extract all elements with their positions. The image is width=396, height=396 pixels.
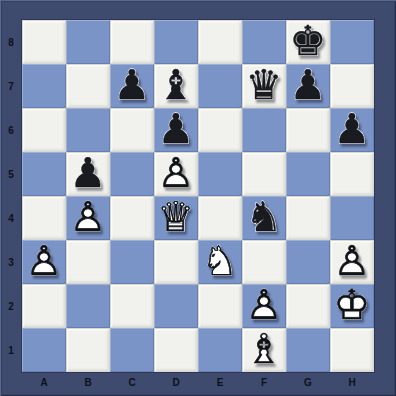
- file-labels: ABCDEFGH: [22, 372, 374, 392]
- black-pawn-glyph: ♟: [286, 63, 330, 107]
- square-a4[interactable]: [22, 196, 66, 240]
- white-pawn-glyph: ♙: [22, 239, 66, 283]
- black-pawn-glyph: ♟: [66, 151, 110, 195]
- file-label-a: A: [22, 372, 66, 392]
- square-e2[interactable]: [198, 284, 242, 328]
- square-f2[interactable]: ♟♙: [242, 284, 286, 328]
- white-pawn-glyph: ♙: [66, 195, 110, 239]
- square-a2[interactable]: [22, 284, 66, 328]
- square-b5[interactable]: ♟♟: [66, 152, 110, 196]
- square-d7[interactable]: ♝♝: [154, 64, 198, 108]
- square-f6[interactable]: [242, 108, 286, 152]
- square-f8[interactable]: [242, 20, 286, 64]
- square-g4[interactable]: [286, 196, 330, 240]
- square-a8[interactable]: [22, 20, 66, 64]
- square-e3[interactable]: ♞♘: [198, 240, 242, 284]
- piece-white-pawn[interactable]: ♟♙: [22, 240, 66, 284]
- square-d1[interactable]: [154, 328, 198, 372]
- square-h7[interactable]: [330, 64, 374, 108]
- square-e8[interactable]: [198, 20, 242, 64]
- file-label-h: H: [330, 372, 374, 392]
- rank-label-2: 2: [0, 284, 22, 328]
- rank-label-5: 5: [0, 152, 22, 196]
- square-e1[interactable]: [198, 328, 242, 372]
- black-knight-glyph: ♞: [242, 195, 286, 239]
- square-b8[interactable]: [66, 20, 110, 64]
- piece-black-knight[interactable]: ♞♞: [242, 196, 286, 240]
- black-king-glyph: ♚: [286, 19, 330, 63]
- white-pawn-glyph: ♙: [330, 239, 374, 283]
- square-c5[interactable]: [110, 152, 154, 196]
- square-c1[interactable]: [110, 328, 154, 372]
- rank-label-4: 4: [0, 196, 22, 240]
- rank-label-7: 7: [0, 64, 22, 108]
- piece-white-pawn[interactable]: ♟♙: [154, 152, 198, 196]
- piece-white-queen[interactable]: ♛♕: [154, 196, 198, 240]
- square-d4[interactable]: ♛♕: [154, 196, 198, 240]
- square-b7[interactable]: [66, 64, 110, 108]
- square-d2[interactable]: [154, 284, 198, 328]
- black-pawn-glyph: ♟: [330, 107, 374, 151]
- square-g1[interactable]: [286, 328, 330, 372]
- piece-black-pawn[interactable]: ♟♟: [330, 108, 374, 152]
- square-a5[interactable]: [22, 152, 66, 196]
- square-h1[interactable]: [330, 328, 374, 372]
- chess-board: ♚♚♟♟♝♝♛♛♟♟♟♟♟♟♟♟♟♙♟♙♛♕♞♞♟♙♞♘♟♙♟♙♚♔♝♗: [22, 20, 374, 372]
- square-b3[interactable]: [66, 240, 110, 284]
- file-label-d: D: [154, 372, 198, 392]
- square-c8[interactable]: [110, 20, 154, 64]
- piece-white-king[interactable]: ♚♔: [330, 284, 374, 328]
- square-c3[interactable]: [110, 240, 154, 284]
- square-a3[interactable]: ♟♙: [22, 240, 66, 284]
- white-king-glyph: ♔: [330, 283, 374, 327]
- piece-black-bishop[interactable]: ♝♝: [154, 64, 198, 108]
- square-g5[interactable]: [286, 152, 330, 196]
- black-pawn-glyph: ♟: [110, 63, 154, 107]
- square-d3[interactable]: [154, 240, 198, 284]
- square-g2[interactable]: [286, 284, 330, 328]
- piece-white-pawn[interactable]: ♟♙: [242, 284, 286, 328]
- square-c2[interactable]: [110, 284, 154, 328]
- square-a6[interactable]: [22, 108, 66, 152]
- square-b6[interactable]: [66, 108, 110, 152]
- file-label-c: C: [110, 372, 154, 392]
- square-h5[interactable]: [330, 152, 374, 196]
- square-f4[interactable]: ♞♞: [242, 196, 286, 240]
- black-pawn-glyph: ♟: [154, 107, 198, 151]
- chess-board-frame: 87654321 ♚♚♟♟♝♝♛♛♟♟♟♟♟♟♟♟♟♙♟♙♛♕♞♞♟♙♞♘♟♙♟…: [0, 0, 396, 396]
- white-bishop-glyph: ♗: [242, 327, 286, 371]
- rank-label-6: 6: [0, 108, 22, 152]
- square-g7[interactable]: ♟♟: [286, 64, 330, 108]
- square-a7[interactable]: [22, 64, 66, 108]
- square-a1[interactable]: [22, 328, 66, 372]
- piece-white-bishop[interactable]: ♝♗: [242, 328, 286, 372]
- white-queen-glyph: ♕: [154, 195, 198, 239]
- rank-label-3: 3: [0, 240, 22, 284]
- piece-black-pawn[interactable]: ♟♟: [110, 64, 154, 108]
- rank-label-1: 1: [0, 328, 22, 372]
- white-pawn-glyph: ♙: [242, 283, 286, 327]
- file-label-f: F: [242, 372, 286, 392]
- square-f5[interactable]: [242, 152, 286, 196]
- square-e4[interactable]: [198, 196, 242, 240]
- square-h4[interactable]: [330, 196, 374, 240]
- square-d8[interactable]: [154, 20, 198, 64]
- square-b2[interactable]: [66, 284, 110, 328]
- square-e6[interactable]: [198, 108, 242, 152]
- square-c6[interactable]: [110, 108, 154, 152]
- rank-label-8: 8: [0, 20, 22, 64]
- square-b4[interactable]: ♟♙: [66, 196, 110, 240]
- piece-black-queen[interactable]: ♛♛: [242, 64, 286, 108]
- square-e5[interactable]: [198, 152, 242, 196]
- square-f1[interactable]: ♝♗: [242, 328, 286, 372]
- square-f3[interactable]: [242, 240, 286, 284]
- square-h6[interactable]: ♟♟: [330, 108, 374, 152]
- piece-white-pawn[interactable]: ♟♙: [66, 196, 110, 240]
- file-label-g: G: [286, 372, 330, 392]
- square-c4[interactable]: [110, 196, 154, 240]
- square-g6[interactable]: [286, 108, 330, 152]
- white-pawn-glyph: ♙: [154, 151, 198, 195]
- piece-white-pawn[interactable]: ♟♙: [330, 240, 374, 284]
- piece-black-pawn[interactable]: ♟♟: [286, 64, 330, 108]
- piece-black-pawn[interactable]: ♟♟: [66, 152, 110, 196]
- square-h2[interactable]: ♚♔: [330, 284, 374, 328]
- piece-black-king[interactable]: ♚♚: [286, 20, 330, 64]
- square-f7[interactable]: ♛♛: [242, 64, 286, 108]
- white-knight-glyph: ♘: [198, 239, 242, 283]
- file-label-e: E: [198, 372, 242, 392]
- square-e7[interactable]: [198, 64, 242, 108]
- square-g3[interactable]: [286, 240, 330, 284]
- square-b1[interactable]: [66, 328, 110, 372]
- square-g8[interactable]: ♚♚: [286, 20, 330, 64]
- square-c7[interactable]: ♟♟: [110, 64, 154, 108]
- black-queen-glyph: ♛: [242, 63, 286, 107]
- piece-black-pawn[interactable]: ♟♟: [154, 108, 198, 152]
- square-d6[interactable]: ♟♟: [154, 108, 198, 152]
- square-h8[interactable]: [330, 20, 374, 64]
- black-bishop-glyph: ♝: [154, 63, 198, 107]
- rank-labels: 87654321: [0, 20, 22, 372]
- piece-white-knight[interactable]: ♞♘: [198, 240, 242, 284]
- square-h3[interactable]: ♟♙: [330, 240, 374, 284]
- file-label-b: B: [66, 372, 110, 392]
- square-d5[interactable]: ♟♙: [154, 152, 198, 196]
